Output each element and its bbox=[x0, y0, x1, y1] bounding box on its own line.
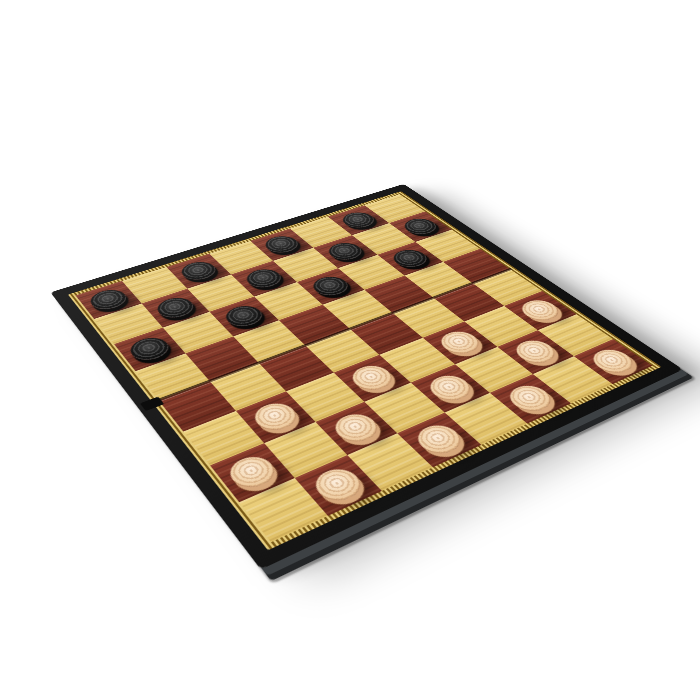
hinge-notch bbox=[140, 397, 164, 411]
product-photo-background bbox=[0, 0, 700, 700]
gold-beaded-border bbox=[68, 191, 662, 550]
white-checker[interactable] bbox=[515, 297, 565, 324]
white-checker[interactable] bbox=[308, 464, 368, 506]
white-checker[interactable] bbox=[346, 362, 399, 395]
folding-checkers-board bbox=[50, 184, 683, 570]
board-grid bbox=[75, 194, 652, 542]
white-checker[interactable] bbox=[328, 410, 385, 447]
